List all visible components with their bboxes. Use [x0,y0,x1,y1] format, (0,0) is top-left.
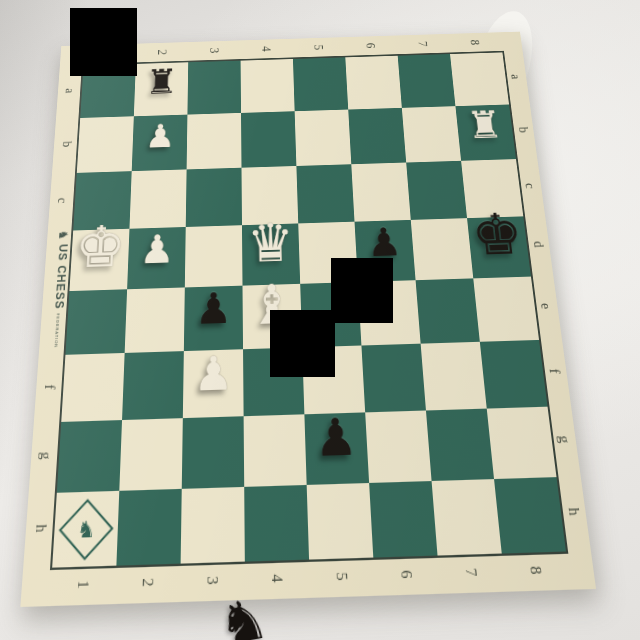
coord-label-cell: f [34,353,64,421]
square-h3 [181,487,245,564]
square-b2: ♟ [132,115,188,172]
coord-label: b [58,141,72,147]
piece-bK-d8: ♚ [469,206,526,264]
piece-wK-d1: ♚ [73,218,127,277]
square-h1: ♞ [52,491,119,568]
square-g5: ♟ [304,412,369,485]
square-h7 [432,479,502,555]
square-a3 [187,61,241,115]
square-c5 [296,164,354,223]
coord-label: 7 [414,41,428,47]
board-photo-scene: 12345678 12345678 abcfgh abcdefgh ♞ US C… [0,0,640,640]
coord-label-cell: 8 [499,549,568,592]
square-d3 [185,225,243,287]
corner-knight-logo: ♞ [59,498,114,560]
square-a2: ♜ [134,62,188,116]
coord-label: g [36,451,52,459]
corner-knight-icon: ♞ [76,517,95,541]
square-a5 [293,57,348,111]
coord-label: 4 [267,574,284,583]
coord-label: 5 [310,44,324,50]
coord-label: 7 [460,568,477,577]
coord-label: c [54,197,69,203]
piece-wP-b2: ♟ [145,119,176,152]
coord-label-cell: 4 [239,39,291,59]
square-f2 [122,351,184,420]
square-h5 [307,483,374,560]
square-f8 [480,340,548,409]
square-e3: ♟ [184,286,243,351]
square-c3 [186,168,242,227]
piece-wQ-d4: ♛ [247,216,295,270]
coord-label: 4 [258,46,272,52]
coord-label-cell: 6 [371,553,438,596]
redaction-box-1 [70,8,137,76]
coord-label-cell: 2 [113,561,179,604]
piece-bP-g5: ♟ [314,411,359,464]
square-e1 [65,289,127,355]
square-h2 [116,489,181,566]
coord-label: h [563,507,580,516]
square-a4 [241,59,295,113]
square-b7 [402,106,461,162]
square-d7 [411,218,473,280]
coord-label-cell: 2 [134,42,187,62]
coord-label-cell: g [29,420,60,492]
square-g6 [365,410,431,482]
coord-label: d [529,240,545,247]
coord-label-cell: h [23,491,55,567]
piece-wR-b8: ♜ [465,105,505,144]
square-f7 [421,342,487,411]
square-a8 [450,52,509,106]
square-b1 [77,116,134,173]
coord-label-cell: 7 [394,34,448,54]
coord-label: 3 [202,576,219,585]
coord-label-cell: 5 [307,555,373,598]
coord-label: f [546,368,562,373]
square-b3 [187,113,242,170]
federation-name: US CHESS [52,244,69,310]
square-a6 [345,56,402,110]
square-e2 [125,287,185,352]
piece-bP-d6: ♟ [366,222,403,262]
coord-label: 2 [154,49,168,55]
square-g7 [426,409,494,481]
federation-subtitle: FEDERATION [54,313,61,348]
coord-label-cell: c [48,171,75,229]
coord-label: g [554,435,571,443]
square-h6 [369,481,437,558]
coord-label: 6 [362,43,376,49]
square-b6 [348,108,406,164]
square-c7 [406,161,467,220]
square-b4 [241,111,296,167]
coord-label-cell: 5 [291,37,344,57]
square-b8: ♜ [455,104,516,160]
piece-bP-e3: ♟ [195,287,232,331]
square-d8: ♚ [467,216,531,278]
square-g4 [244,414,307,487]
square-d1: ♚ [69,229,129,291]
coord-label-cell: 7 [435,551,503,594]
coord-label-cell: 3 [187,40,239,60]
coord-label: 5 [331,572,348,581]
redaction-box-2 [331,258,393,323]
coord-label-cell: b [52,116,78,172]
redaction-box-3 [270,310,335,377]
square-d2: ♟ [127,227,186,289]
coord-label-cell: 1 [48,563,115,606]
coord-label: a [508,74,522,79]
coord-label: f [41,384,57,389]
coord-label: 8 [525,566,543,575]
coord-label: e [537,302,553,309]
coord-label: b [515,126,530,132]
square-f1 [61,353,124,422]
coord-label: 2 [137,578,154,587]
coord-label: 8 [466,39,480,45]
square-h4 [244,485,309,562]
coord-label: c [522,182,537,188]
square-a7 [398,54,456,108]
coord-label: a [62,88,76,93]
coord-label: 6 [396,570,413,579]
piece-wP-d2: ♟ [139,229,175,269]
offboard-captured-knight: ♞ [214,590,273,640]
coord-label-cell: 8 [446,32,500,52]
square-c6 [351,163,410,222]
square-g1 [57,420,122,493]
square-e8 [473,277,539,342]
coord-label: 3 [206,48,219,54]
square-f3: ♟ [183,349,244,418]
square-e7 [416,278,480,343]
square-g3 [182,416,244,489]
square-c2 [129,169,186,228]
knight-emblem-icon: ♞ [57,229,71,240]
coord-label-cell: 6 [343,36,396,56]
square-g2 [119,418,183,491]
piece-bR-a2: ♜ [145,64,178,99]
square-b5 [295,110,352,166]
coord-label: 1 [73,580,90,589]
square-f6 [361,344,426,413]
coord-label: h [31,524,48,533]
piece-wP-f3: ♟ [193,349,233,397]
